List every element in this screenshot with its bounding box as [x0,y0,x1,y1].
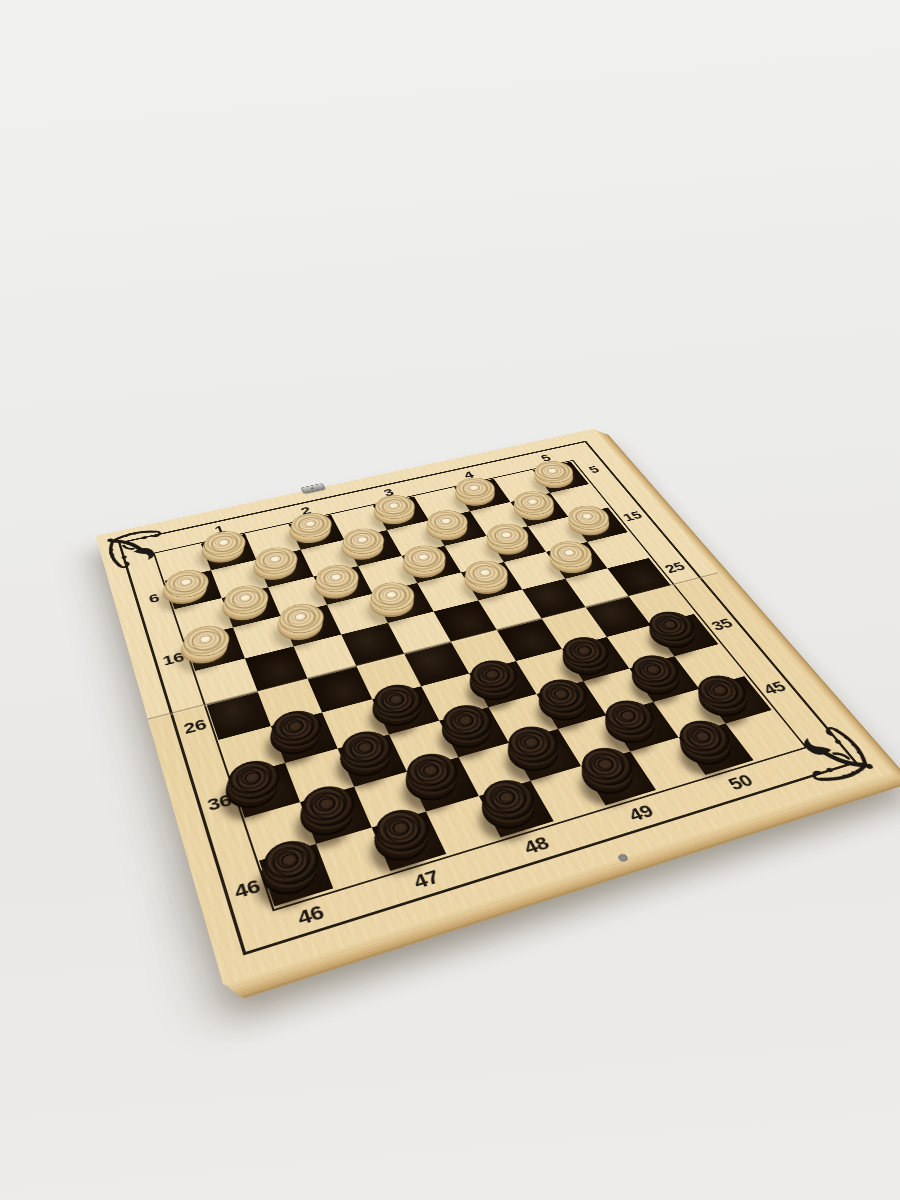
piece-dark-square-42 [400,748,465,797]
piece-light-square-11 [220,582,273,618]
piece-light-square-18 [365,579,420,615]
piece-dark-square-31 [267,706,327,751]
piece-light-square-19 [459,557,514,592]
piece-light-square-16 [179,622,234,661]
piece-light-square-1 [200,528,250,561]
piece-light-square-20 [543,538,599,571]
piece-dark-square-43 [500,721,565,768]
piece-dark-square-34 [555,633,616,673]
piece-dark-square-33 [463,656,524,698]
piece-light-square-6 [161,566,213,601]
piece-dark-square-50 [670,716,738,762]
piece-dark-square-46 [258,835,325,891]
piece-dark-square-40 [624,651,687,692]
piece-dark-square-45 [689,671,754,714]
piece-dark-square-44 [597,695,662,740]
piece-dark-square-41 [296,781,361,832]
piece-light-square-7 [250,544,302,578]
piece-dark-square-36 [223,755,285,804]
product-photo-stage: 123454647484950515253545616263646 [0,0,900,1200]
piece-dark-square-38 [436,700,499,745]
piece-light-square-12 [311,561,364,596]
piece-dark-square-32 [367,680,428,723]
piece-light-square-2 [286,509,336,540]
piece-light-square-8 [337,525,389,557]
piece-light-square-9 [421,507,473,538]
piece-light-square-4 [450,475,501,504]
piece-light-square-14 [481,520,535,552]
piece-light-square-3 [370,492,421,522]
piece-dark-square-47 [369,804,436,857]
piece-light-square-15 [562,502,616,533]
piece-light-square-5 [528,458,579,486]
piece-dark-square-48 [475,775,543,826]
piece-dark-square-37 [336,726,399,773]
piece-light-square-10 [508,488,560,518]
piece-dark-square-49 [574,742,642,790]
piece-dark-square-39 [532,675,595,718]
piece-light-square-13 [398,542,452,576]
piece-light-square-17 [274,600,329,637]
piece-dark-square-35 [641,607,702,645]
